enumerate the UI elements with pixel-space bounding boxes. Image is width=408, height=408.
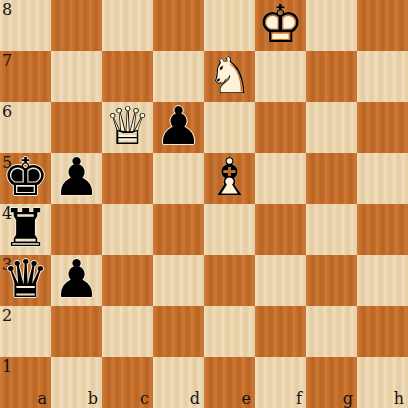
square-e2[interactable] bbox=[204, 306, 255, 357]
square-h5[interactable] bbox=[357, 153, 408, 204]
black-queen-glyph: ♛ bbox=[2, 252, 49, 304]
square-g3[interactable] bbox=[306, 255, 357, 306]
square-g8[interactable] bbox=[306, 0, 357, 51]
square-b7[interactable] bbox=[51, 51, 102, 102]
square-c2[interactable] bbox=[102, 306, 153, 357]
square-a8[interactable]: 8 bbox=[0, 0, 51, 51]
square-a6[interactable]: 6 bbox=[0, 102, 51, 153]
square-b3[interactable]: ♟ bbox=[51, 255, 102, 306]
square-c8[interactable] bbox=[102, 0, 153, 51]
piece-white-bishop[interactable]: ♝♗ bbox=[204, 153, 255, 204]
square-h7[interactable] bbox=[357, 51, 408, 102]
square-f4[interactable] bbox=[255, 204, 306, 255]
white-queen-glyph-outline: ♕ bbox=[104, 99, 151, 151]
square-f7[interactable] bbox=[255, 51, 306, 102]
rank-label-8: 8 bbox=[2, 2, 12, 18]
file-label-g: g bbox=[343, 391, 353, 407]
white-king-glyph-outline: ♔ bbox=[257, 0, 304, 49]
square-h2[interactable] bbox=[357, 306, 408, 357]
square-h8[interactable] bbox=[357, 0, 408, 51]
rank-label-6: 6 bbox=[2, 104, 12, 120]
square-d3[interactable] bbox=[153, 255, 204, 306]
file-label-c: c bbox=[140, 391, 149, 407]
square-a2[interactable]: 2 bbox=[0, 306, 51, 357]
square-e7[interactable]: ♞♘ bbox=[204, 51, 255, 102]
square-d7[interactable] bbox=[153, 51, 204, 102]
square-a1[interactable]: 1a bbox=[0, 357, 51, 408]
square-f2[interactable] bbox=[255, 306, 306, 357]
piece-black-queen[interactable]: ♛ bbox=[0, 255, 51, 306]
black-king-glyph: ♚ bbox=[2, 150, 49, 202]
square-c1[interactable]: c bbox=[102, 357, 153, 408]
square-h4[interactable] bbox=[357, 204, 408, 255]
square-c6[interactable]: ♛♕ bbox=[102, 102, 153, 153]
square-b5[interactable]: ♟ bbox=[51, 153, 102, 204]
piece-black-pawn[interactable]: ♟ bbox=[51, 255, 102, 306]
piece-white-knight[interactable]: ♞♘ bbox=[204, 51, 255, 102]
piece-black-rook[interactable]: ♜ bbox=[0, 204, 51, 255]
square-c5[interactable] bbox=[102, 153, 153, 204]
square-d4[interactable] bbox=[153, 204, 204, 255]
square-e1[interactable]: e bbox=[204, 357, 255, 408]
black-rook-glyph: ♜ bbox=[2, 201, 49, 253]
square-b2[interactable] bbox=[51, 306, 102, 357]
square-c4[interactable] bbox=[102, 204, 153, 255]
file-label-d: d bbox=[190, 391, 200, 407]
rank-label-7: 7 bbox=[2, 53, 12, 69]
square-e3[interactable] bbox=[204, 255, 255, 306]
square-f6[interactable] bbox=[255, 102, 306, 153]
square-g4[interactable] bbox=[306, 204, 357, 255]
piece-black-pawn[interactable]: ♟ bbox=[153, 102, 204, 153]
square-c7[interactable] bbox=[102, 51, 153, 102]
chess-board: 8♚♔7♞♘6♛♕♟5♚♟♝♗4♜3♛♟21abcdefgh bbox=[0, 0, 408, 408]
square-d6[interactable]: ♟ bbox=[153, 102, 204, 153]
square-f1[interactable]: f bbox=[255, 357, 306, 408]
piece-black-king[interactable]: ♚ bbox=[0, 153, 51, 204]
square-e4[interactable] bbox=[204, 204, 255, 255]
square-d2[interactable] bbox=[153, 306, 204, 357]
square-a4[interactable]: 4♜ bbox=[0, 204, 51, 255]
square-d8[interactable] bbox=[153, 0, 204, 51]
file-label-e: e bbox=[242, 391, 251, 407]
square-e5[interactable]: ♝♗ bbox=[204, 153, 255, 204]
square-e8[interactable] bbox=[204, 0, 255, 51]
square-h3[interactable] bbox=[357, 255, 408, 306]
square-f5[interactable] bbox=[255, 153, 306, 204]
square-b8[interactable] bbox=[51, 0, 102, 51]
square-c3[interactable] bbox=[102, 255, 153, 306]
black-pawn-glyph: ♟ bbox=[53, 150, 100, 202]
square-f8[interactable]: ♚♔ bbox=[255, 0, 306, 51]
square-d5[interactable] bbox=[153, 153, 204, 204]
piece-white-king[interactable]: ♚♔ bbox=[255, 0, 306, 51]
square-a5[interactable]: 5♚ bbox=[0, 153, 51, 204]
square-a7[interactable]: 7 bbox=[0, 51, 51, 102]
square-g1[interactable]: g bbox=[306, 357, 357, 408]
square-b6[interactable] bbox=[51, 102, 102, 153]
square-b4[interactable] bbox=[51, 204, 102, 255]
file-label-b: b bbox=[88, 391, 98, 407]
black-pawn-glyph: ♟ bbox=[155, 99, 202, 151]
square-f3[interactable] bbox=[255, 255, 306, 306]
rank-label-2: 2 bbox=[2, 308, 12, 324]
file-label-f: f bbox=[296, 391, 302, 407]
square-d1[interactable]: d bbox=[153, 357, 204, 408]
rank-label-1: 1 bbox=[2, 359, 12, 375]
square-a3[interactable]: 3♛ bbox=[0, 255, 51, 306]
square-g6[interactable] bbox=[306, 102, 357, 153]
square-h6[interactable] bbox=[357, 102, 408, 153]
white-bishop-glyph-outline: ♗ bbox=[206, 150, 253, 202]
black-pawn-glyph: ♟ bbox=[53, 252, 100, 304]
square-h1[interactable]: h bbox=[357, 357, 408, 408]
square-b1[interactable]: b bbox=[51, 357, 102, 408]
square-g7[interactable] bbox=[306, 51, 357, 102]
file-label-a: a bbox=[37, 391, 47, 407]
square-g5[interactable] bbox=[306, 153, 357, 204]
file-label-h: h bbox=[394, 391, 404, 407]
piece-white-queen[interactable]: ♛♕ bbox=[102, 102, 153, 153]
piece-black-pawn[interactable]: ♟ bbox=[51, 153, 102, 204]
white-knight-glyph-outline: ♘ bbox=[206, 48, 253, 100]
square-e6[interactable] bbox=[204, 102, 255, 153]
square-g2[interactable] bbox=[306, 306, 357, 357]
